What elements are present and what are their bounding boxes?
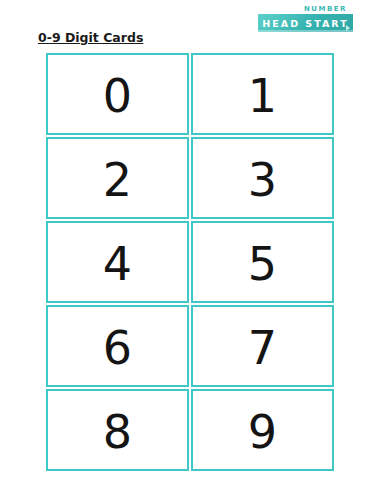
page-title: 0-9 Digit Cards	[38, 30, 143, 45]
digit-card-9: 9	[191, 389, 334, 471]
logo-arrow-icon	[346, 25, 350, 31]
digit-cards-grid: 0 1 2 3 4 5 6 7 8 9	[46, 53, 334, 471]
digit-card-7: 7	[191, 305, 334, 387]
logo-head-start-text: HEAD START	[262, 18, 348, 29]
worksheet-page: NUMBER HEAD START 0-9 Digit Cards 0 1 2 …	[0, 0, 386, 500]
digit-card-2: 2	[46, 137, 189, 219]
digit-card-6: 6	[46, 305, 189, 387]
digit-card-1: 1	[191, 53, 334, 135]
digit-card-3: 3	[191, 137, 334, 219]
logo-bar: HEAD START	[258, 14, 353, 32]
number-head-start-logo: NUMBER HEAD START	[258, 5, 353, 32]
logo-number-text: NUMBER	[304, 5, 347, 13]
digit-card-8: 8	[46, 389, 189, 471]
digit-card-4: 4	[46, 221, 189, 303]
digit-card-5: 5	[191, 221, 334, 303]
digit-card-0: 0	[46, 53, 189, 135]
